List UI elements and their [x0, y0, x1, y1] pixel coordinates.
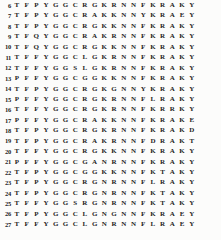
letter-cell: N [129, 63, 139, 73]
letter-cell: P [12, 73, 22, 83]
letter-cell: A [168, 52, 178, 62]
letter-cell: G [90, 146, 100, 156]
row-cells: TFQYGGCRGKKNNFKRAKY [12, 42, 197, 52]
letter-cell: N [119, 10, 129, 20]
letter-cell: F [22, 177, 32, 187]
letter-cell: K [109, 73, 119, 83]
letter-cell: Y [41, 125, 51, 135]
sequence-row: 26TFPYGGCLGNGNNFKRAEY [0, 209, 221, 219]
sequence-row: 8TFPYGGCRGKKNNFKRAKY [0, 21, 221, 31]
row-number: 17 [0, 117, 11, 124]
letter-cell: R [109, 0, 119, 10]
letter-cell: K [99, 125, 109, 135]
letter-cell: A [168, 73, 178, 83]
letter-cell: E [177, 209, 187, 219]
letter-cell: K [148, 84, 158, 94]
letter-cell: T [12, 177, 22, 187]
sequence-row: 17PFFYGGCRAKKNNFKRAKE [0, 115, 221, 125]
row-number: 18 [0, 127, 11, 134]
letter-cell: N [119, 115, 129, 125]
row-cells: TFQYGGCRAKRNNFKRAKY [12, 31, 197, 41]
letter-cell: R [158, 84, 168, 94]
letter-cell: Y [41, 115, 51, 125]
letter-cell: N [129, 104, 139, 114]
letter-grid-board: 6TFPYGGCRGKRNNFKRAKY7TFPYGGCRAKKNNYKRAEY… [0, 0, 221, 240]
letter-cell: C [70, 84, 80, 94]
letter-cell: P [31, 136, 41, 146]
letter-cell: G [51, 42, 61, 52]
letter-cell: R [80, 10, 90, 20]
letter-cell: A [168, 157, 178, 167]
letter-cell: G [51, 52, 61, 62]
letter-cell: R [158, 94, 168, 104]
letter-cell: F [22, 125, 32, 135]
letter-cell: A [168, 146, 178, 156]
letter-cell: Y [187, 219, 197, 229]
letter-cell: G [61, 10, 71, 20]
row-cells: TFPYGGCRAKRNNFDRAKT [12, 136, 197, 146]
letter-cell: A [90, 115, 100, 125]
letter-cell: G [51, 167, 61, 177]
letter-cell: K [148, 104, 158, 114]
letter-cell: R [158, 157, 168, 167]
letter-cell: L [148, 94, 158, 104]
letter-cell: P [31, 177, 41, 187]
letter-cell: G [61, 125, 71, 135]
letter-cell: N [119, 219, 129, 229]
letter-cell: G [80, 157, 90, 167]
letter-cell: F [138, 63, 148, 73]
letter-cell: F [138, 177, 148, 187]
row-number: 6 [0, 2, 11, 9]
sequence-row: 24TFPYGGCRGNRNNFKTAKY [0, 188, 221, 198]
letter-cell: T [187, 136, 197, 146]
letter-cell: G [90, 104, 100, 114]
row-cells: TFFYGGCLGKRNNFKRAKY [12, 52, 197, 62]
letter-cell: K [99, 73, 109, 83]
letter-cell: Y [187, 21, 197, 31]
letter-cell: G [61, 219, 71, 229]
letter-cell: R [80, 115, 90, 125]
letter-cell: G [61, 146, 71, 156]
letter-cell: N [129, 84, 139, 94]
letter-cell: F [138, 219, 148, 229]
letter-cell: K [177, 157, 187, 167]
letter-cell: F [22, 73, 32, 83]
letter-cell: Y [41, 10, 51, 20]
letter-cell: G [90, 167, 100, 177]
letter-cell: N [119, 177, 129, 187]
letter-cell: F [22, 63, 32, 73]
letter-cell: G [51, 31, 61, 41]
letter-cell: K [177, 42, 187, 52]
letter-cell: T [12, 0, 22, 10]
letter-cell: A [168, 84, 178, 94]
row-cells: TFFYGGCRGKRNNFKRRKY [12, 104, 197, 114]
letter-cell: C [70, 31, 80, 41]
letter-cell: F [22, 146, 32, 156]
letter-cell: N [99, 177, 109, 187]
letter-cell: K [177, 0, 187, 10]
letter-cell: N [119, 21, 129, 31]
letter-cell: F [138, 73, 148, 83]
letter-cell: C [70, 157, 80, 167]
letter-cell: G [51, 198, 61, 208]
letter-cell: N [129, 115, 139, 125]
letter-cell: N [119, 146, 129, 156]
letter-cell: N [129, 177, 139, 187]
letter-cell: P [31, 125, 41, 135]
letter-cell: G [90, 0, 100, 10]
row-number: 26 [0, 210, 11, 217]
letter-cell: G [51, 73, 61, 83]
letter-cell: R [158, 104, 168, 114]
letter-cell: Q [31, 42, 41, 52]
row-cells: TFPYGGCLGNGNNFKRAEY [12, 209, 197, 219]
letter-cell: G [51, 177, 61, 187]
sequence-row: 16TFFYGGCRGKRNNFKRRKY [0, 104, 221, 114]
letter-cell: F [22, 94, 32, 104]
letter-cell: K [177, 125, 187, 135]
row-cells: TFPYGGCRAKKNNYKRAEY [12, 10, 197, 20]
letter-cell: K [109, 115, 119, 125]
letter-cell: P [31, 84, 41, 94]
letter-cell: K [148, 73, 158, 83]
letter-cell: E [177, 219, 187, 229]
letter-cell: G [51, 10, 61, 20]
letter-cell: T [158, 167, 168, 177]
letter-cell: C [70, 115, 80, 125]
letter-cell: Y [187, 157, 197, 167]
letter-cell: R [158, 42, 168, 52]
letter-cell: P [31, 10, 41, 20]
letter-cell: R [158, 209, 168, 219]
letter-cell: N [119, 84, 129, 94]
letter-cell: G [61, 115, 71, 125]
letter-cell: N [119, 198, 129, 208]
letter-cell: K [177, 84, 187, 94]
letter-cell: K [99, 21, 109, 31]
letter-cell: Y [41, 42, 51, 52]
letter-cell: Y [187, 31, 197, 41]
letter-cell: T [12, 63, 22, 73]
letter-cell: L [80, 63, 90, 73]
letter-cell: C [70, 146, 80, 156]
letter-cell: G [61, 31, 71, 41]
letter-cell: T [12, 209, 22, 219]
letter-cell: G [90, 52, 100, 62]
letter-cell: Y [187, 0, 197, 10]
letter-cell: K [148, 42, 158, 52]
letter-cell: G [90, 21, 100, 31]
sequence-row: 12TFFYGGSLGKRNNFKRAKY [0, 63, 221, 73]
letter-cell: R [109, 177, 119, 187]
letter-cell: G [51, 84, 61, 94]
letter-cell: R [109, 31, 119, 41]
letter-cell: Y [41, 21, 51, 31]
letter-cell: P [12, 94, 22, 104]
letter-cell: C [70, 21, 80, 31]
letter-cell: K [99, 10, 109, 20]
letter-cell: F [138, 136, 148, 146]
letter-cell: A [168, 21, 178, 31]
sequence-row: 10TFQYGGCRGKKNNFKRAKY [0, 42, 221, 52]
letter-cell: F [31, 146, 41, 156]
letter-cell: Y [138, 10, 148, 20]
letter-cell: A [168, 167, 178, 177]
letter-cell: R [158, 219, 168, 229]
letter-cell: T [12, 10, 22, 20]
letter-cell: G [61, 94, 71, 104]
letter-cell: K [177, 188, 187, 198]
letter-cell: N [129, 125, 139, 135]
letter-cell: K [177, 115, 187, 125]
row-cells: TFFYGGCRGKKNNFKRAKY [12, 146, 197, 156]
letter-cell: T [12, 84, 22, 94]
letter-cell: K [99, 94, 109, 104]
letter-cell: F [22, 209, 32, 219]
letter-cell: K [148, 146, 158, 156]
letter-cell: G [90, 209, 100, 219]
letter-cell: N [119, 94, 129, 104]
letter-cell: G [51, 0, 61, 10]
letter-cell: G [61, 42, 71, 52]
letter-cell: A [168, 209, 178, 219]
letter-cell: Y [41, 167, 51, 177]
letter-cell: N [129, 219, 139, 229]
letter-cell: R [109, 157, 119, 167]
letter-cell: R [158, 0, 168, 10]
letter-cell: T [12, 188, 22, 198]
letter-cell: R [158, 73, 168, 83]
letter-cell: G [90, 188, 100, 198]
letter-cell: R [109, 188, 119, 198]
letter-cell: N [99, 188, 109, 198]
letter-cell: K [109, 167, 119, 177]
sequence-row: 15PFFYGGCRGKRNNFLRAKY [0, 94, 221, 104]
letter-cell: R [109, 125, 119, 135]
letter-cell: Y [187, 73, 197, 83]
row-number: 14 [0, 85, 11, 92]
letter-cell: R [80, 136, 90, 146]
letter-cell: Y [187, 42, 197, 52]
letter-cell: C [70, 177, 80, 187]
letter-cell: R [80, 42, 90, 52]
letter-cell: R [158, 63, 168, 73]
sequence-row: 13PFFYGGCGGKKNNFKRAKY [0, 73, 221, 83]
letter-cell: F [22, 219, 32, 229]
letter-cell: K [109, 21, 119, 31]
letter-cell: K [177, 63, 187, 73]
letter-cell: N [129, 52, 139, 62]
letter-cell: N [129, 136, 139, 146]
letter-cell: N [129, 31, 139, 41]
letter-cell: N [119, 167, 129, 177]
row-cells: TFPYGGCRGKGNNYKRAKY [12, 84, 197, 94]
sequence-row: 27TFFYGGCLGNRNNFLRAEY [0, 219, 221, 229]
letter-cell: A [168, 0, 178, 10]
letter-cell: N [129, 42, 139, 52]
sequence-row: 20TFFYGGCRGKKNNFKRAKY [0, 146, 221, 156]
letter-cell: R [109, 104, 119, 114]
letter-cell: K [177, 198, 187, 208]
letter-cell: R [109, 198, 119, 208]
letter-cell: K [148, 167, 158, 177]
letter-cell: T [12, 167, 22, 177]
letter-cell: E [187, 115, 197, 125]
letter-cell: G [90, 63, 100, 73]
letter-cell: K [148, 188, 158, 198]
row-number: 25 [0, 200, 11, 207]
letter-cell: R [80, 84, 90, 94]
letter-cell: N [129, 21, 139, 31]
letter-cell: G [90, 73, 100, 83]
letter-cell: G [61, 63, 71, 73]
letter-cell: N [119, 125, 129, 135]
letter-cell: Y [41, 52, 51, 62]
letter-cell: A [90, 31, 100, 41]
letter-cell: N [129, 10, 139, 20]
letter-cell: E [177, 10, 187, 20]
letter-cell: G [90, 125, 100, 135]
letter-cell: A [168, 94, 178, 104]
sequence-row: 23TFPYGGCRGNRNNFLRAKY [0, 177, 221, 187]
letter-cell: T [12, 198, 22, 208]
letter-cell: F [22, 115, 32, 125]
letter-cell: K [99, 31, 109, 41]
letter-cell: G [90, 198, 100, 208]
row-cells: PFFYGGCRGKRNNFLRAKY [12, 94, 197, 104]
letter-cell: D [148, 136, 158, 146]
letter-cell: T [12, 21, 22, 31]
letter-cell: C [70, 136, 80, 146]
letter-cell: F [22, 157, 32, 167]
letter-cell: R [80, 125, 90, 135]
letter-cell: K [148, 31, 158, 41]
letter-cell: R [109, 94, 119, 104]
letter-cell: K [148, 0, 158, 10]
letter-cell: K [177, 167, 187, 177]
letter-cell: F [138, 42, 148, 52]
letter-cell: K [99, 0, 109, 10]
letter-cell: F [138, 167, 148, 177]
letter-cell: G [51, 63, 61, 73]
letter-cell: K [99, 115, 109, 125]
letter-cell: K [99, 104, 109, 114]
letter-cell: T [12, 52, 22, 62]
letter-cell: K [109, 10, 119, 20]
letter-cell: K [99, 63, 109, 73]
letter-cell: Y [187, 104, 197, 114]
letter-cell: G [51, 146, 61, 156]
letter-cell: F [22, 198, 32, 208]
row-cells: TFPYGGCGGKKNNFKTAKY [12, 167, 197, 177]
letter-cell: F [138, 0, 148, 10]
row-cells: TFPYGGCRGNRNNFKTAKY [12, 188, 197, 198]
letter-cell: G [51, 136, 61, 146]
letter-cell: Y [187, 94, 197, 104]
letter-cell: G [61, 198, 71, 208]
letter-cell: Y [187, 63, 197, 73]
letter-cell: N [119, 104, 129, 114]
letter-cell: K [148, 198, 158, 208]
row-cells: PFFYGGCRAKKNNFKRAKE [12, 115, 197, 125]
letter-cell: T [12, 146, 22, 156]
row-cells: TFPYGGCRGKKNNFKRAKY [12, 21, 197, 31]
letter-cell: A [168, 198, 178, 208]
letter-cell: G [51, 188, 61, 198]
letter-cell: P [12, 115, 22, 125]
letter-cell: Y [138, 84, 148, 94]
letter-cell: Y [41, 84, 51, 94]
row-number: 10 [0, 43, 11, 50]
letter-cell: C [70, 125, 80, 135]
letter-cell: Y [41, 219, 51, 229]
letter-cell: F [138, 209, 148, 219]
letter-cell: Y [41, 157, 51, 167]
letter-cell: T [12, 125, 22, 135]
letter-cell: A [168, 219, 178, 229]
letter-cell: R [80, 94, 90, 104]
letter-cell: N [119, 188, 129, 198]
letter-cell: K [99, 42, 109, 52]
letter-cell: G [61, 157, 71, 167]
letter-cell: N [129, 209, 139, 219]
letter-cell: K [99, 84, 109, 94]
letter-cell: K [177, 31, 187, 41]
letter-cell: A [168, 31, 178, 41]
letter-cell: C [70, 0, 80, 10]
sequence-row: 9TFQYGGCRAKRNNFKRAKY [0, 31, 221, 41]
letter-cell: G [61, 0, 71, 10]
letter-cell: N [119, 63, 129, 73]
letter-cell: Y [41, 104, 51, 114]
letter-cell: Y [41, 146, 51, 156]
letter-cell: P [31, 188, 41, 198]
letter-cell: Y [187, 84, 197, 94]
letter-cell: R [158, 115, 168, 125]
letter-cell: R [109, 52, 119, 62]
letter-cell: Y [187, 198, 197, 208]
letter-cell: C [70, 219, 80, 229]
letter-cell: A [168, 115, 178, 125]
letter-cell: G [90, 219, 100, 229]
letter-cell: Y [41, 188, 51, 198]
letter-cell: F [138, 21, 148, 31]
letter-cell: P [12, 157, 22, 167]
letter-cell: G [61, 167, 71, 177]
letter-cell: K [99, 52, 109, 62]
letter-cell: C [70, 104, 80, 114]
letter-cell: N [129, 167, 139, 177]
sequence-row: 14TFPYGGCRGKGNNYKRAKY [0, 84, 221, 94]
row-number: 21 [0, 158, 11, 165]
letter-cell: F [22, 167, 32, 177]
letter-cell: N [99, 198, 109, 208]
letter-cell: R [80, 104, 90, 114]
letter-cell: G [90, 84, 100, 94]
letter-cell: F [31, 94, 41, 104]
letter-cell: L [80, 209, 90, 219]
letter-cell: A [168, 188, 178, 198]
letter-cell: Y [41, 177, 51, 187]
letter-cell: K [148, 209, 158, 219]
letter-cell: F [22, 52, 32, 62]
letter-cell: Y [41, 31, 51, 41]
letter-cell: F [22, 31, 32, 41]
sequence-row: 7TFPYGGCRAKKNNYKRAEY [0, 10, 221, 20]
letter-cell: G [51, 157, 61, 167]
